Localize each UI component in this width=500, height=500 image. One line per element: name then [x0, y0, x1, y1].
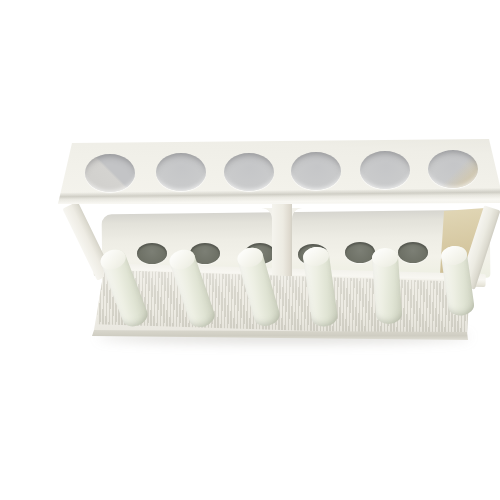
product-photo: White plastic laboratory test tube rack …	[40, 16, 500, 500]
divider-fillet-left	[262, 208, 272, 218]
divider-fillet-right	[292, 208, 302, 218]
center-divider	[272, 204, 292, 284]
top-plate	[55, 134, 500, 210]
photo-caption: White plastic laboratory test tube rack …	[40, 16, 41, 17]
